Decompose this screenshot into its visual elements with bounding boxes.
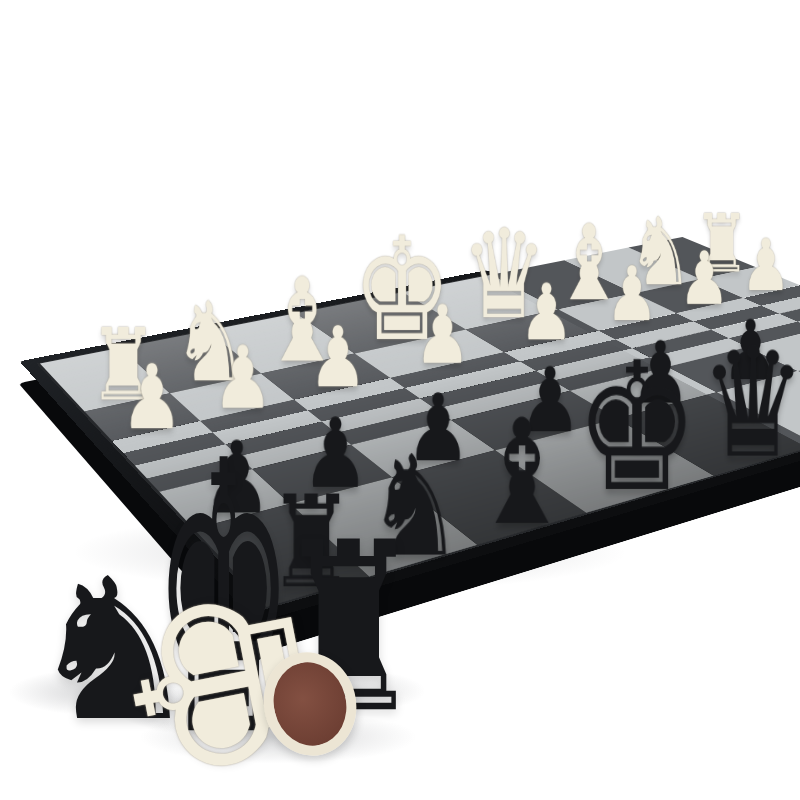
- chess-board: ♜♞♝♚♛♝♞♜♟♟♟♟♟♟♟♟♟♟♟♟♟♟♟♟♜♞♝♚♛♝♞♜: [19, 270, 800, 623]
- board-scene: ♜♞♝♚♛♝♞♜♟♟♟♟♟♟♟♟♟♟♟♟♟♟♟♟♜♞♝♚♛♝♞♜: [0, 0, 800, 800]
- chess-board-grid: ♜♞♝♚♛♝♞♜♟♟♟♟♟♟♟♟♟♟♟♟♟♟♟♟♜♞♝♚♛♝♞♜: [40, 276, 800, 606]
- product-photo: ♜♞♝♚♛♝♞♜♟♟♟♟♟♟♟♟♟♟♟♟♟♟♟♟♜♞♝♚♛♝♞♜ ♞♚♜♚: [0, 0, 800, 800]
